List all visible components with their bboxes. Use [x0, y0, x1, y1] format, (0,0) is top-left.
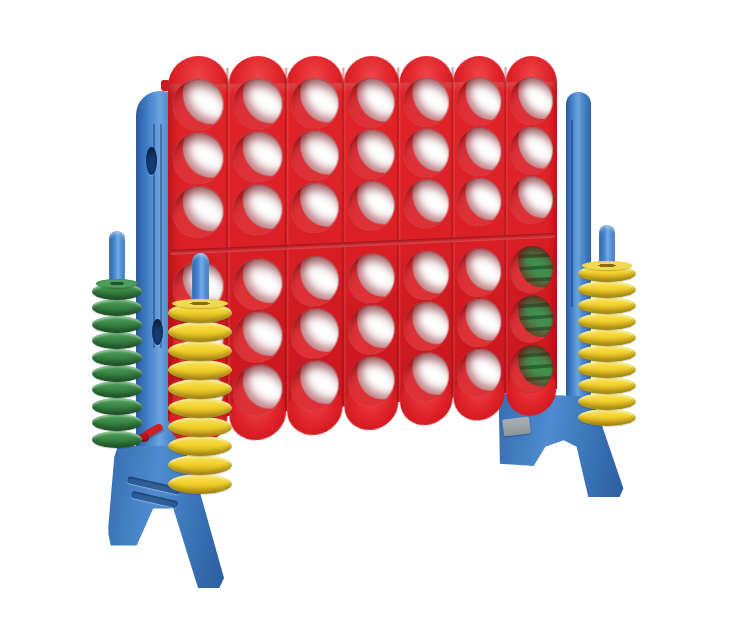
- stored-disc-yellow: [578, 281, 636, 298]
- stored-disc-yellow: [168, 360, 232, 380]
- board-hole-r3c3: [291, 182, 339, 234]
- board-hole-r3c7: [510, 176, 553, 225]
- stored-disc-yellow: [578, 377, 636, 394]
- stored-disc-yellow: [578, 297, 636, 314]
- board-hole-r2c2: [233, 131, 282, 183]
- stored-disc-yellow: [168, 417, 232, 437]
- board-hole-r4c4: [348, 252, 395, 304]
- stored-disc-yellow: [168, 436, 232, 456]
- stored-disc-green: [92, 349, 142, 366]
- board-hole-r1c4: [348, 78, 395, 128]
- stored-disc-green: [92, 299, 142, 316]
- board-hole-r6c6: [457, 347, 501, 399]
- board-hole-r6c5: [403, 351, 449, 403]
- board-hole-r2c6: [457, 127, 501, 176]
- board-hole-r1c5: [403, 78, 449, 127]
- board-hole-r6c7: [510, 344, 553, 395]
- board-hole-r5c2: [233, 310, 282, 364]
- stored-disc-top-face-green: [96, 279, 138, 288]
- stored-disc-green: [92, 431, 142, 448]
- stored-disc-yellow: [578, 409, 636, 426]
- board-hole-r2c4: [348, 129, 395, 180]
- stored-disc-top-face-yellow: [582, 261, 632, 270]
- board-hole-r4c6: [457, 247, 501, 298]
- board-hole-r1c3: [291, 78, 339, 129]
- board-hole-r2c5: [403, 128, 449, 178]
- board-hole-r2c3: [291, 130, 339, 181]
- stored-disc-yellow: [168, 455, 232, 475]
- stored-disc-yellow: [578, 393, 636, 410]
- board-hole-grid: [168, 56, 557, 478]
- board-hole-r5c7: [510, 294, 553, 345]
- stored-disc-yellow: [578, 329, 636, 346]
- molded-logo: [131, 491, 178, 508]
- board-hole-r1c2: [233, 78, 282, 129]
- board-hole-r4c3: [291, 255, 339, 308]
- board-hole-r6c4: [348, 355, 395, 408]
- board-hole-r5c6: [457, 297, 501, 348]
- handle-cutout-upper: [146, 147, 157, 175]
- board-hole-r4c2: [233, 258, 282, 312]
- board-hole-r6c3: [291, 359, 339, 413]
- board-hole-r3c5: [403, 179, 449, 230]
- stored-disc-green: [92, 398, 142, 415]
- board-hole-r5c4: [348, 304, 395, 357]
- stored-disc-yellow: [578, 313, 636, 330]
- board-hole-r3c1: [173, 185, 224, 238]
- board-hole-r1c6: [457, 77, 501, 126]
- stored-disc-yellow: [578, 361, 636, 378]
- stored-disc-yellow: [168, 398, 232, 418]
- board-hole-r4c5: [403, 250, 449, 301]
- stored-disc-green: [92, 332, 142, 349]
- board-hole-r4c7: [510, 245, 553, 295]
- giant-connect-four-set: [0, 0, 750, 628]
- stored-disc-yellow: [168, 322, 232, 342]
- board-hole-r2c1: [173, 132, 224, 185]
- stored-disc-green: [92, 381, 142, 398]
- stored-disc-yellow: [168, 379, 232, 399]
- board-hole-r5c3: [291, 307, 339, 360]
- stored-disc-yellow: [578, 345, 636, 362]
- board-hole-r3c6: [457, 177, 501, 227]
- board-hole-r3c2: [233, 184, 282, 237]
- connect-four-board: [168, 56, 557, 456]
- board-hole-r2c7: [510, 126, 553, 175]
- stored-disc-green: [92, 316, 142, 333]
- stored-disc-top-face-yellow: [172, 299, 228, 308]
- board-hole-r1c7: [510, 77, 553, 125]
- stored-disc-green: [92, 414, 142, 431]
- board-hole-r5c5: [403, 300, 449, 352]
- stored-disc-green: [92, 365, 142, 382]
- board-hole-r6c2: [233, 363, 282, 418]
- stored-disc-yellow: [168, 474, 232, 494]
- board-hole-r1c1: [173, 79, 224, 131]
- handle-cutout-lower: [152, 319, 163, 345]
- board-hole-r3c4: [348, 180, 395, 231]
- stored-disc-yellow: [168, 341, 232, 361]
